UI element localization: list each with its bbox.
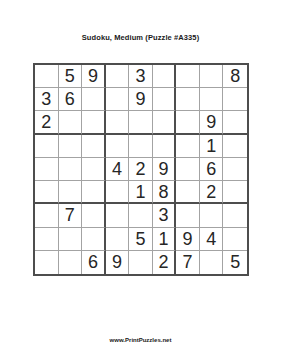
cell-r7c7 [176,204,200,227]
cell-r3c3 [82,111,106,134]
cell-r3c1: 2 [35,111,59,134]
cell-r7c8 [200,204,224,227]
cell-r2c7 [176,88,200,111]
cell-r6c4 [106,181,130,204]
cell-r4c9 [223,135,247,158]
cell-r1c4 [106,65,130,88]
cell-r5c1 [35,158,59,181]
sudoku-board: 5938369291429618273519469275 [33,63,249,276]
cell-r8c2 [59,228,83,251]
cell-r8c4 [106,228,130,251]
cell-r3c5 [129,111,153,134]
cell-r8c3 [82,228,106,251]
cell-r3c9 [223,111,247,134]
cell-r2c4 [106,88,130,111]
cell-r9c5 [129,251,153,274]
cell-r3c7 [176,111,200,134]
cell-r6c1 [35,181,59,204]
cell-r6c3 [82,181,106,204]
cell-r5c2 [59,158,83,181]
cell-r4c7 [176,135,200,158]
cell-r4c6 [153,135,177,158]
cell-r7c3 [82,204,106,227]
cell-r8c1 [35,228,59,251]
cell-r1c7 [176,65,200,88]
cell-r3c8: 9 [200,111,224,134]
cell-r9c2 [59,251,83,274]
cell-r9c6: 2 [153,251,177,274]
cell-r3c2 [59,111,83,134]
cell-r1c2: 5 [59,65,83,88]
cell-r7c4 [106,204,130,227]
cell-r7c5 [129,204,153,227]
cell-r6c8: 2 [200,181,224,204]
cell-r5c3 [82,158,106,181]
cell-r3c6 [153,111,177,134]
cell-r1c3: 9 [82,65,106,88]
cell-r4c1 [35,135,59,158]
cell-r8c6: 1 [153,228,177,251]
cell-r6c5: 1 [129,181,153,204]
cell-r4c2 [59,135,83,158]
cell-r2c2: 6 [59,88,83,111]
cell-r7c1 [35,204,59,227]
cell-r5c7 [176,158,200,181]
cell-r5c6: 9 [153,158,177,181]
cell-r4c8: 1 [200,135,224,158]
puzzle-page: Sudoku, Medium (Puzzle #A335) 5938369291… [0,0,281,363]
cell-r6c9 [223,181,247,204]
cell-r7c6: 3 [153,204,177,227]
cell-r9c9: 5 [223,251,247,274]
cell-r8c7: 9 [176,228,200,251]
cell-r2c5: 9 [129,88,153,111]
cell-r7c2: 7 [59,204,83,227]
site-credit: www.PrintPuzzles.net [0,337,281,343]
cell-r4c4 [106,135,130,158]
cell-r5c8: 6 [200,158,224,181]
cell-r9c8 [200,251,224,274]
cell-r1c6 [153,65,177,88]
cell-r4c5 [129,135,153,158]
cell-r8c9 [223,228,247,251]
cell-r4c3 [82,135,106,158]
cell-r1c8 [200,65,224,88]
cell-r1c5: 3 [129,65,153,88]
cell-r6c2 [59,181,83,204]
cell-r2c8 [200,88,224,111]
cell-r2c3 [82,88,106,111]
cell-r7c9 [223,204,247,227]
cell-r8c5: 5 [129,228,153,251]
cell-r2c1: 3 [35,88,59,111]
cell-r2c6 [153,88,177,111]
cell-r5c4: 4 [106,158,130,181]
cell-r1c1 [35,65,59,88]
cell-r9c4: 9 [106,251,130,274]
cell-r9c3: 6 [82,251,106,274]
cell-r8c8: 4 [200,228,224,251]
cell-r5c9 [223,158,247,181]
cell-r1c9: 8 [223,65,247,88]
cell-r5c5: 2 [129,158,153,181]
cell-r6c7 [176,181,200,204]
cell-r9c7: 7 [176,251,200,274]
puzzle-title: Sudoku, Medium (Puzzle #A335) [0,33,281,42]
cell-r3c4 [106,111,130,134]
cell-r2c9 [223,88,247,111]
cell-r9c1 [35,251,59,274]
cell-r6c6: 8 [153,181,177,204]
